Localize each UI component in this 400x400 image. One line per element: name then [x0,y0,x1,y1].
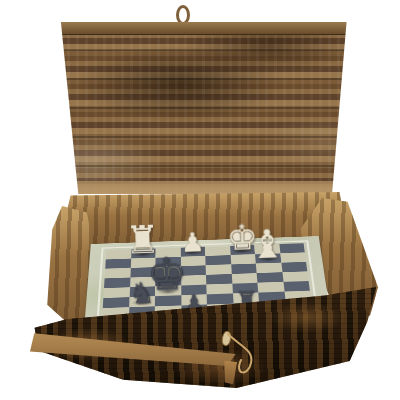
lid-hinge-band [73,181,334,194]
lid-top-edge [58,22,348,35]
square-b3[interactable]: ♞ [129,296,155,307]
closure-cord [208,330,278,388]
square-c4[interactable]: ♚ [155,285,181,296]
lid-wood-planks [58,22,348,194]
square-g7[interactable]: ♝ [255,253,281,263]
white-bishop[interactable]: ♝ [250,226,286,263]
box-lid-interior [58,22,348,194]
square-e3[interactable] [207,294,233,305]
square-h6[interactable] [281,262,307,272]
chess-box-scene: ♜♟♚♝♚♞♟♜ [0,0,400,400]
black-knight[interactable]: ♞ [128,280,155,307]
